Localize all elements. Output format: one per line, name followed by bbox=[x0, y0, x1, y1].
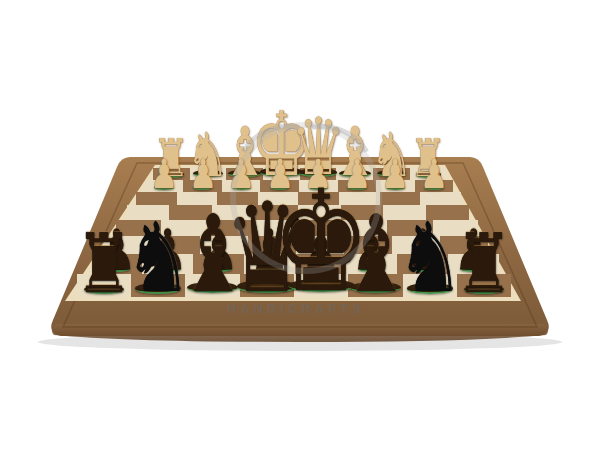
square-d7 bbox=[295, 254, 346, 274]
square-b5 bbox=[387, 220, 432, 236]
square-d8 bbox=[294, 274, 348, 297]
square-d5 bbox=[297, 220, 342, 236]
rank-row-4 bbox=[127, 205, 469, 220]
square-c2 bbox=[338, 180, 377, 192]
square-a5 bbox=[433, 220, 478, 236]
square-a4 bbox=[426, 205, 469, 220]
square-c4 bbox=[341, 205, 384, 220]
square-g4 bbox=[169, 205, 212, 220]
square-e7 bbox=[244, 254, 295, 274]
square-h4 bbox=[127, 205, 170, 220]
square-h3 bbox=[136, 192, 177, 205]
square-b1 bbox=[373, 168, 410, 180]
square-f8 bbox=[185, 274, 239, 297]
square-a3 bbox=[420, 192, 461, 205]
rank-row-1 bbox=[153, 168, 447, 180]
square-g6 bbox=[152, 236, 200, 254]
square-b6 bbox=[392, 236, 440, 254]
square-b8 bbox=[403, 274, 457, 297]
square-c8 bbox=[348, 274, 402, 297]
square-b7 bbox=[397, 254, 448, 274]
square-f2 bbox=[222, 180, 261, 192]
rank-row-7 bbox=[92, 254, 499, 274]
square-e6 bbox=[248, 236, 296, 254]
square-c7 bbox=[346, 254, 397, 274]
square-d6 bbox=[296, 236, 344, 254]
square-e8 bbox=[240, 274, 294, 297]
square-a1 bbox=[410, 168, 447, 180]
square-b3 bbox=[380, 192, 421, 205]
rank-row-6 bbox=[104, 236, 487, 254]
square-e2 bbox=[260, 180, 299, 192]
square-d2 bbox=[299, 180, 338, 192]
square-e3 bbox=[258, 192, 299, 205]
square-d1 bbox=[300, 168, 337, 180]
square-g2 bbox=[183, 180, 222, 192]
square-a8 bbox=[457, 274, 511, 297]
square-d4 bbox=[298, 205, 341, 220]
square-g7 bbox=[142, 254, 193, 274]
square-g8 bbox=[131, 274, 185, 297]
square-h7 bbox=[92, 254, 143, 274]
square-b4 bbox=[383, 205, 426, 220]
square-d3 bbox=[298, 192, 339, 205]
square-g1 bbox=[190, 168, 227, 180]
square-h6 bbox=[104, 236, 152, 254]
square-g5 bbox=[161, 220, 206, 236]
square-e4 bbox=[255, 205, 298, 220]
square-c3 bbox=[339, 192, 380, 205]
square-c1 bbox=[336, 168, 373, 180]
square-h8 bbox=[77, 274, 131, 297]
square-a6 bbox=[440, 236, 488, 254]
square-f3 bbox=[217, 192, 258, 205]
square-h2 bbox=[145, 180, 184, 192]
rank-row-5 bbox=[116, 220, 478, 236]
square-e5 bbox=[252, 220, 297, 236]
square-a2 bbox=[415, 180, 454, 192]
square-f7 bbox=[193, 254, 244, 274]
square-a7 bbox=[448, 254, 499, 274]
square-f4 bbox=[212, 205, 255, 220]
rank-row-8 bbox=[77, 274, 511, 297]
square-e1 bbox=[263, 168, 300, 180]
square-g3 bbox=[177, 192, 218, 205]
square-c5 bbox=[342, 220, 387, 236]
square-f5 bbox=[207, 220, 252, 236]
square-f1 bbox=[226, 168, 263, 180]
chess-set-photo: ♜♞♝♛♚♝♞♜♟♟♟♟♟♟♟♟♟♟♟♟♟♟♟♟♜♞♝♚♛♝♞♜ HANDICR… bbox=[0, 0, 600, 450]
square-b2 bbox=[376, 180, 415, 192]
square-h1 bbox=[153, 168, 190, 180]
square-h5 bbox=[116, 220, 161, 236]
square-f6 bbox=[200, 236, 248, 254]
rank-row-2 bbox=[145, 180, 454, 192]
square-c6 bbox=[344, 236, 392, 254]
rank-row-3 bbox=[136, 192, 461, 205]
